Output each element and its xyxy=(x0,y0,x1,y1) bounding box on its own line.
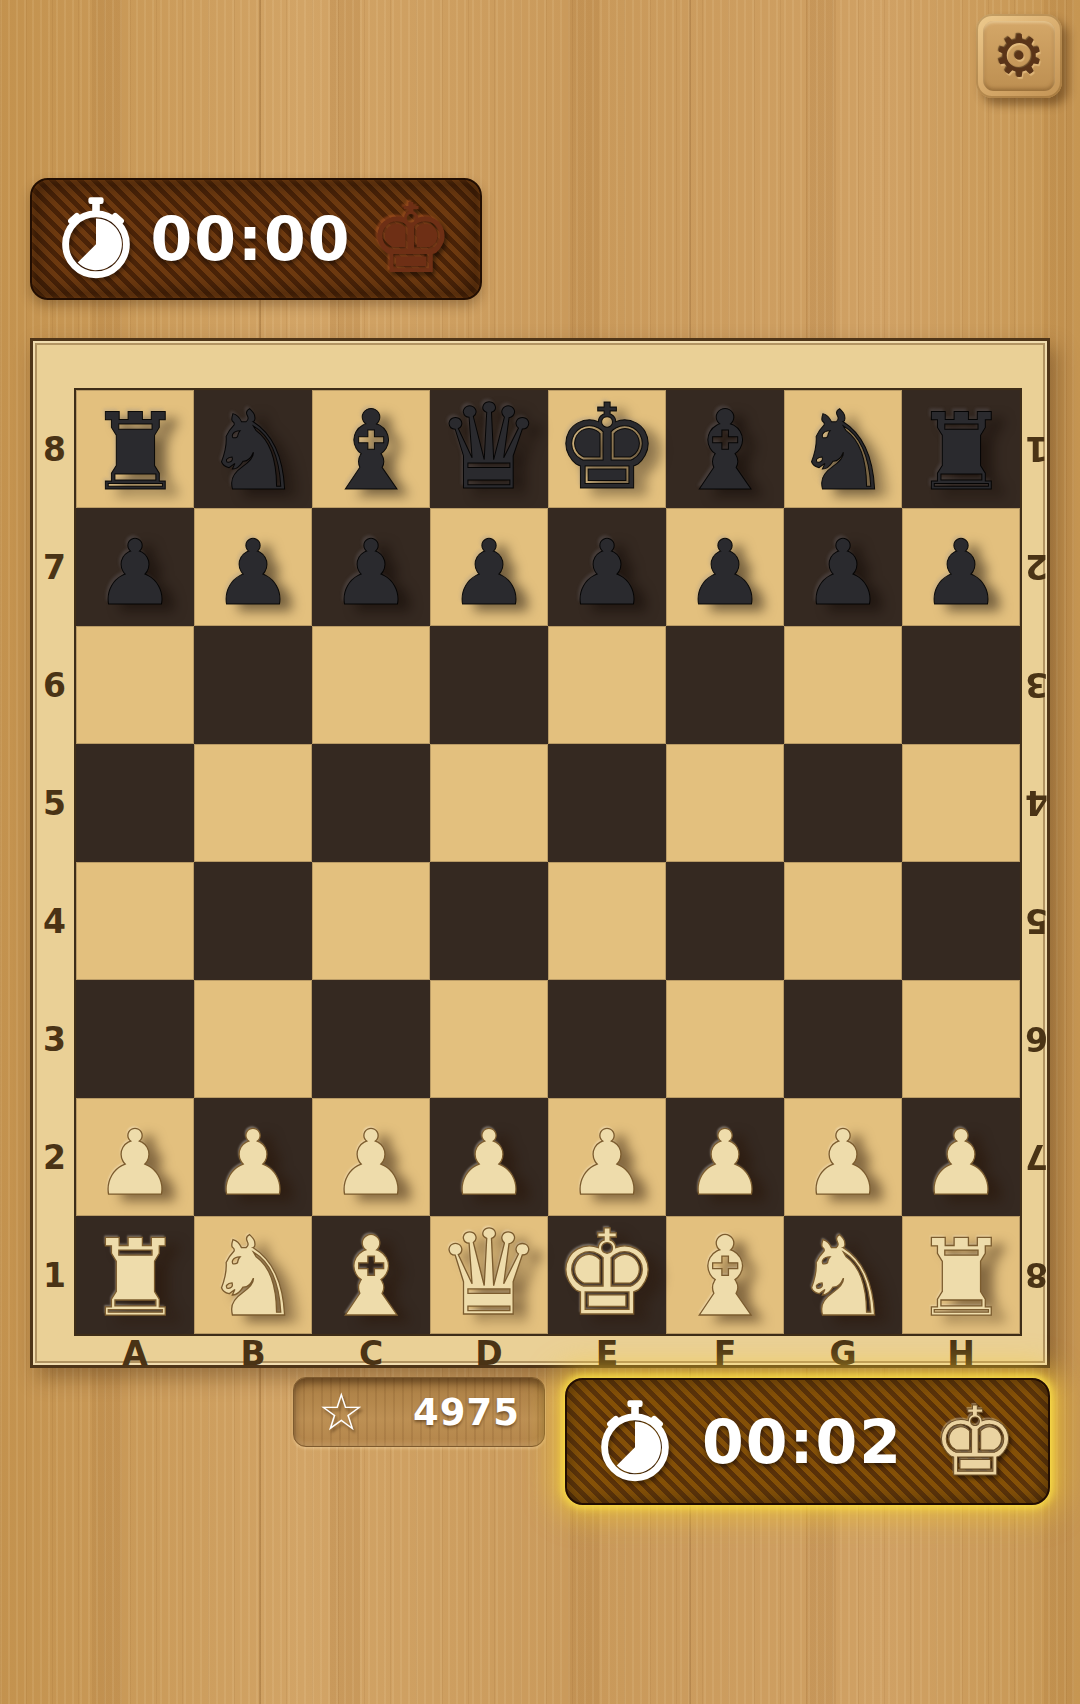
coord-label-7: 7 xyxy=(1020,1098,1053,1216)
piece-black-pawn[interactable]: ♟ xyxy=(194,528,312,618)
piece-white-pawn[interactable]: ♟ xyxy=(548,1118,666,1208)
coord-label-6: 6 xyxy=(1020,980,1053,1098)
coord-label-8: 8 xyxy=(1020,1216,1053,1334)
coord-label-1: 1 xyxy=(1020,390,1053,508)
square-b2[interactable]: ♟ xyxy=(194,1098,312,1216)
coord-label-3: 3 xyxy=(33,980,76,1098)
score-badge: ☆ 4975 xyxy=(293,1377,545,1447)
square-g6[interactable] xyxy=(784,626,902,744)
white-king-icon: ♚ xyxy=(932,1394,1018,1490)
square-c4[interactable] xyxy=(312,862,430,980)
coord-label-7: 7 xyxy=(33,508,76,626)
square-c1[interactable]: ♝ xyxy=(312,1216,430,1334)
square-b4[interactable] xyxy=(194,862,312,980)
square-e3[interactable] xyxy=(548,980,666,1098)
gear-icon: ⚙ xyxy=(993,27,1045,85)
square-f5[interactable] xyxy=(666,744,784,862)
square-g2[interactable]: ♟ xyxy=(784,1098,902,1216)
square-f7[interactable]: ♟ xyxy=(666,508,784,626)
square-h6[interactable] xyxy=(902,626,1020,744)
square-g4[interactable] xyxy=(784,862,902,980)
chess-board: 87654321 12345678 ABCDEFGH ♜♞♝♛♚♝♞♜♟♟♟♟♟… xyxy=(30,338,1050,1368)
square-d1[interactable]: ♛ xyxy=(430,1216,548,1334)
white-timer-panel: 00:02 ♚ xyxy=(565,1378,1050,1505)
piece-white-pawn[interactable]: ♟ xyxy=(784,1118,902,1208)
square-d5[interactable] xyxy=(430,744,548,862)
square-h2[interactable]: ♟ xyxy=(902,1098,1020,1216)
square-f2[interactable]: ♟ xyxy=(666,1098,784,1216)
square-g8[interactable]: ♞ xyxy=(784,390,902,508)
coord-label-4: 4 xyxy=(1020,744,1053,862)
settings-button[interactable]: ⚙ xyxy=(976,14,1062,98)
piece-white-pawn[interactable]: ♟ xyxy=(666,1118,784,1208)
piece-black-queen[interactable]: ♛ xyxy=(430,388,548,506)
coord-label-5: 5 xyxy=(33,744,76,862)
square-a3[interactable] xyxy=(76,980,194,1098)
piece-black-knight[interactable]: ♞ xyxy=(784,396,902,506)
settings-button-face: ⚙ xyxy=(983,21,1055,91)
square-g1[interactable]: ♞ xyxy=(784,1216,902,1334)
square-h7[interactable]: ♟ xyxy=(902,508,1020,626)
square-e2[interactable]: ♟ xyxy=(548,1098,666,1216)
coord-label-1: 1 xyxy=(33,1216,76,1334)
square-d2[interactable]: ♟ xyxy=(430,1098,548,1216)
piece-black-rook[interactable]: ♜ xyxy=(902,400,1020,506)
square-e5[interactable] xyxy=(548,744,666,862)
square-a5[interactable] xyxy=(76,744,194,862)
square-f1[interactable]: ♝ xyxy=(666,1216,784,1334)
score-value: 4975 xyxy=(413,1391,520,1434)
black-clock: 00:00 xyxy=(150,204,351,274)
stopwatch-icon xyxy=(597,1400,673,1484)
square-b1[interactable]: ♞ xyxy=(194,1216,312,1334)
coord-label-2: 2 xyxy=(1020,508,1053,626)
square-d4[interactable] xyxy=(430,862,548,980)
square-b8[interactable]: ♞ xyxy=(194,390,312,508)
square-a7[interactable]: ♟ xyxy=(76,508,194,626)
piece-black-pawn[interactable]: ♟ xyxy=(902,528,1020,618)
piece-black-rook[interactable]: ♜ xyxy=(76,400,194,506)
square-b6[interactable] xyxy=(194,626,312,744)
piece-white-rook[interactable]: ♜ xyxy=(76,1226,194,1332)
black-king-icon: ♚ xyxy=(368,191,454,287)
square-d3[interactable] xyxy=(430,980,548,1098)
coord-label-5: 5 xyxy=(1020,862,1053,980)
coord-label-3: 3 xyxy=(1020,626,1053,744)
square-e8[interactable]: ♚ xyxy=(548,390,666,508)
piece-white-king[interactable]: ♚ xyxy=(548,1214,666,1332)
square-f6[interactable] xyxy=(666,626,784,744)
square-e6[interactable] xyxy=(548,626,666,744)
white-clock: 00:02 xyxy=(702,1407,903,1477)
piece-white-knight[interactable]: ♞ xyxy=(784,1222,902,1332)
piece-white-pawn[interactable]: ♟ xyxy=(194,1118,312,1208)
square-f8[interactable]: ♝ xyxy=(666,390,784,508)
piece-white-pawn[interactable]: ♟ xyxy=(430,1118,548,1208)
coord-label-4: 4 xyxy=(33,862,76,980)
piece-black-pawn[interactable]: ♟ xyxy=(430,528,548,618)
square-e7[interactable]: ♟ xyxy=(548,508,666,626)
square-h1[interactable]: ♜ xyxy=(902,1216,1020,1334)
square-d6[interactable] xyxy=(430,626,548,744)
coord-label-8: 8 xyxy=(33,390,76,508)
piece-black-king[interactable]: ♚ xyxy=(548,388,666,506)
piece-black-bishop[interactable]: ♝ xyxy=(312,396,430,506)
square-a1[interactable]: ♜ xyxy=(76,1216,194,1334)
square-e1[interactable]: ♚ xyxy=(548,1216,666,1334)
square-e4[interactable] xyxy=(548,862,666,980)
square-h3[interactable] xyxy=(902,980,1020,1098)
square-h5[interactable] xyxy=(902,744,1020,862)
rank-labels-right: 12345678 xyxy=(1020,390,1053,1334)
coord-label-6: 6 xyxy=(33,626,76,744)
square-c5[interactable] xyxy=(312,744,430,862)
square-a6[interactable] xyxy=(76,626,194,744)
piece-white-knight[interactable]: ♞ xyxy=(194,1222,312,1332)
square-f4[interactable] xyxy=(666,862,784,980)
square-a8[interactable]: ♜ xyxy=(76,390,194,508)
piece-white-queen[interactable]: ♛ xyxy=(430,1214,548,1332)
black-timer-panel: 00:00 ♚ xyxy=(30,178,482,300)
piece-white-pawn[interactable]: ♟ xyxy=(902,1118,1020,1208)
piece-black-pawn[interactable]: ♟ xyxy=(548,528,666,618)
square-c6[interactable] xyxy=(312,626,430,744)
square-b5[interactable] xyxy=(194,744,312,862)
piece-white-bishop[interactable]: ♝ xyxy=(666,1222,784,1332)
stopwatch-icon xyxy=(58,197,134,281)
rank-labels-left: 87654321 xyxy=(33,390,76,1334)
piece-white-rook[interactable]: ♜ xyxy=(902,1226,1020,1332)
square-g3[interactable] xyxy=(784,980,902,1098)
piece-black-pawn[interactable]: ♟ xyxy=(666,528,784,618)
piece-black-pawn[interactable]: ♟ xyxy=(784,528,902,618)
board-grid: ♜♞♝♛♚♝♞♜♟♟♟♟♟♟♟♟♟♟♟♟♟♟♟♟♜♞♝♛♚♝♞♜ xyxy=(76,390,1020,1334)
piece-white-bishop[interactable]: ♝ xyxy=(312,1222,430,1332)
piece-black-pawn[interactable]: ♟ xyxy=(312,528,430,618)
square-g7[interactable]: ♟ xyxy=(784,508,902,626)
piece-black-bishop[interactable]: ♝ xyxy=(666,396,784,506)
piece-white-pawn[interactable]: ♟ xyxy=(76,1118,194,1208)
square-a2[interactable]: ♟ xyxy=(76,1098,194,1216)
square-c8[interactable]: ♝ xyxy=(312,390,430,508)
square-h8[interactable]: ♜ xyxy=(902,390,1020,508)
square-b7[interactable]: ♟ xyxy=(194,508,312,626)
square-d8[interactable]: ♛ xyxy=(430,390,548,508)
star-icon: ☆ xyxy=(318,1386,365,1438)
game-screen: ⚙ 00:00 ♚ 87654321 12345678 ABCDEFGH ♜♞♝… xyxy=(0,0,1080,1704)
square-b3[interactable] xyxy=(194,980,312,1098)
piece-black-pawn[interactable]: ♟ xyxy=(76,528,194,618)
piece-black-knight[interactable]: ♞ xyxy=(194,396,312,506)
piece-white-pawn[interactable]: ♟ xyxy=(312,1118,430,1208)
square-h4[interactable] xyxy=(902,862,1020,980)
square-c2[interactable]: ♟ xyxy=(312,1098,430,1216)
square-d7[interactable]: ♟ xyxy=(430,508,548,626)
square-a4[interactable] xyxy=(76,862,194,980)
square-f3[interactable] xyxy=(666,980,784,1098)
square-g5[interactable] xyxy=(784,744,902,862)
coord-label-2: 2 xyxy=(33,1098,76,1216)
square-c3[interactable] xyxy=(312,980,430,1098)
square-c7[interactable]: ♟ xyxy=(312,508,430,626)
